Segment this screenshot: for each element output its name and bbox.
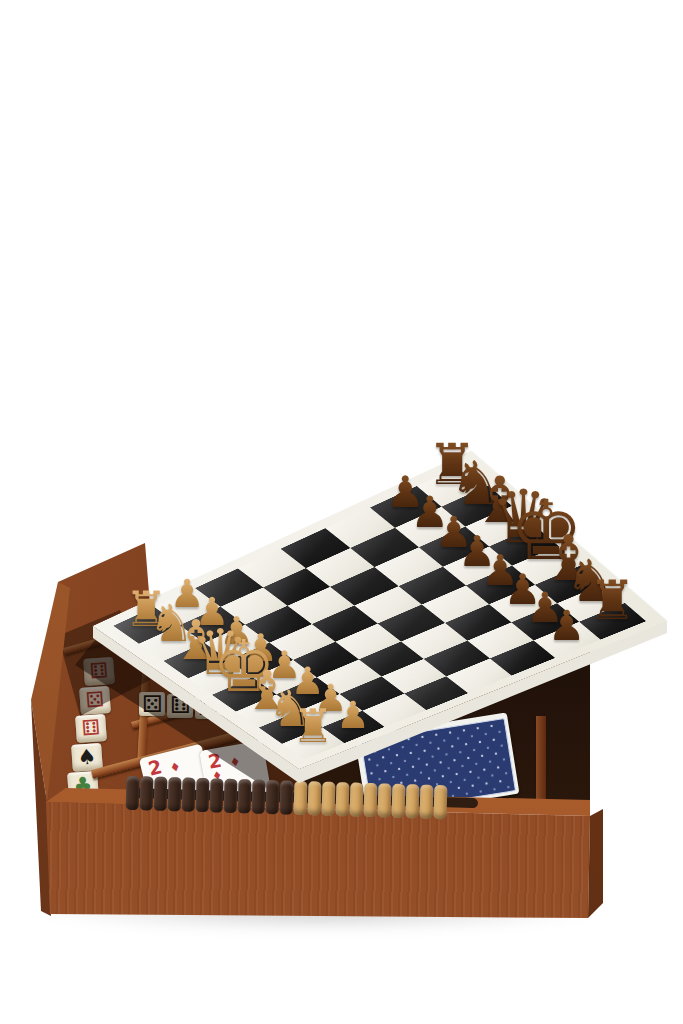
divider-wall-deck xyxy=(536,716,546,802)
light-checker-disc xyxy=(419,785,433,819)
light-checker-disc xyxy=(321,782,335,816)
checkers-discs xyxy=(126,776,449,820)
dark-checker-disc xyxy=(140,776,154,810)
dark-checker-disc xyxy=(266,780,280,814)
dark-checker-disc xyxy=(182,777,196,811)
light-checker-disc xyxy=(363,783,377,817)
product-photo-game-box: ⚅⚄⚅♠♣ ⚄⚅⚃ 2♦ ♦ 2♦ ♦ ♜♞♝♛♚♝♞♜♟♟♟♟♟♟♟♟♟♟♟♟ xyxy=(0,0,683,1024)
light-checker-disc xyxy=(307,781,321,815)
diamond-pip-icon: ♦ xyxy=(168,759,182,775)
light-checker-disc xyxy=(405,784,419,818)
dark-checker-disc xyxy=(238,779,252,813)
die-face-symbol: ⚅ xyxy=(81,717,101,739)
light-checker-disc xyxy=(349,782,363,816)
dark-checker-disc xyxy=(280,780,294,814)
dark-checker-disc xyxy=(224,779,238,813)
light-checker-disc xyxy=(335,782,349,816)
light-checker-disc xyxy=(377,783,391,817)
dark-checker-disc xyxy=(252,780,266,814)
light-checker-disc xyxy=(293,781,307,815)
die-face-symbol: ♠ xyxy=(77,746,97,768)
light-checker-disc xyxy=(433,785,447,819)
poker-die: ⚅ xyxy=(75,714,107,743)
dark-checker-disc xyxy=(196,778,210,812)
light-checker-disc xyxy=(391,784,405,818)
dark-checker-disc xyxy=(168,777,182,811)
dark-checker-disc xyxy=(154,777,168,811)
dark-checker-disc xyxy=(126,776,140,810)
dark-checker-disc xyxy=(210,778,224,812)
